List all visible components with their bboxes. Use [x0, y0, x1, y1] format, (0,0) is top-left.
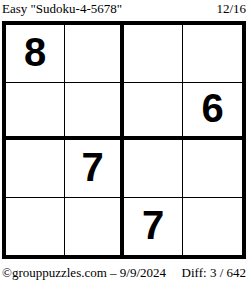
cell-r2c1[interactable]	[6, 83, 65, 141]
cell-r4c4[interactable]	[183, 198, 242, 256]
cell-r2c4: 6	[183, 83, 242, 141]
cell-r1c4[interactable]	[183, 25, 242, 83]
cell-r3c1[interactable]	[6, 140, 65, 198]
cell-r3c4[interactable]	[183, 140, 242, 198]
footer: ©grouppuzzles.com – 9/9/2024 Diff: 3 / 6…	[2, 266, 246, 280]
header: Easy "Sudoku-4-5678" 12/16	[2, 2, 246, 16]
puzzle-page: Easy "Sudoku-4-5678" 12/16 8677 ©grouppu…	[0, 0, 248, 282]
cell-r4c3: 7	[124, 198, 183, 256]
cell-r1c2[interactable]	[65, 25, 124, 83]
cell-counter: 12/16	[216, 2, 246, 16]
cell-r4c2[interactable]	[65, 198, 124, 256]
cell-r2c2[interactable]	[65, 83, 124, 141]
sudoku-board: 8677	[2, 21, 246, 259]
cell-r3c3[interactable]	[124, 140, 183, 198]
cell-r2c3[interactable]	[124, 83, 183, 141]
cell-r1c3[interactable]	[124, 25, 183, 83]
cell-r3c2: 7	[65, 140, 124, 198]
cell-r1c1: 8	[6, 25, 65, 83]
difficulty-rating: Diff: 3 / 642	[182, 266, 246, 280]
copyright-date: ©grouppuzzles.com – 9/9/2024	[2, 266, 166, 280]
puzzle-title: Easy "Sudoku-4-5678"	[2, 2, 122, 16]
cell-r4c1[interactable]	[6, 198, 65, 256]
